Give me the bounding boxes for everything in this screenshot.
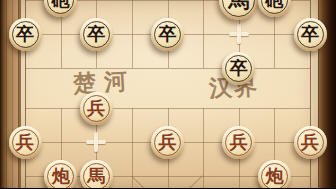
piece-black-horse[interactable]: 馬	[219, 0, 258, 20]
xiangqi-board[interactable]: 楚河 汉界 砲馬砲卒卒卒卒卒兵兵兵兵兵炮馬炮	[0, 0, 336, 188]
piece-black-soldier[interactable]: 卒	[151, 18, 184, 51]
piece-red-cannon[interactable]: 炮	[44, 160, 77, 189]
piece-black-soldier[interactable]: 卒	[222, 52, 255, 85]
piece-character: 炮	[258, 160, 291, 189]
move-origin-marker	[229, 24, 249, 44]
piece-character: 兵	[151, 126, 184, 159]
piece-character: 兵	[9, 126, 42, 159]
move-origin-marker	[86, 132, 106, 152]
piece-character: 卒	[294, 18, 327, 51]
piece-red-soldier[interactable]: 兵	[151, 126, 184, 159]
piece-character: 炮	[44, 160, 77, 189]
piece-character: 卒	[222, 52, 255, 85]
piece-character: 卒	[80, 18, 113, 51]
piece-red-cannon[interactable]: 炮	[258, 160, 291, 189]
piece-red-horse[interactable]: 馬	[80, 160, 113, 189]
piece-black-cannon[interactable]: 砲	[44, 0, 77, 17]
piece-red-soldier[interactable]: 兵	[9, 126, 42, 159]
piece-black-cannon[interactable]: 砲	[258, 0, 291, 17]
game-screen: 楚河 汉界 砲馬砲卒卒卒卒卒兵兵兵兵兵炮馬炮	[0, 0, 336, 188]
piece-red-soldier[interactable]: 兵	[222, 126, 255, 159]
piece-red-soldier[interactable]: 兵	[294, 126, 327, 159]
grid-line	[203, 0, 204, 68]
piece-black-soldier[interactable]: 卒	[294, 18, 327, 51]
piece-character: 兵	[294, 126, 327, 159]
piece-character: 兵	[222, 126, 255, 159]
grid-line	[132, 0, 133, 68]
piece-character: 砲	[258, 0, 291, 17]
piece-character: 砲	[44, 0, 77, 17]
piece-character: 馬	[219, 0, 258, 20]
piece-character: 兵	[80, 92, 113, 125]
grid-line	[25, 68, 310, 69]
piece-black-soldier[interactable]: 卒	[9, 18, 42, 51]
piece-red-soldier[interactable]: 兵	[80, 92, 113, 125]
grid-line	[203, 108, 204, 188]
piece-black-soldier[interactable]: 卒	[80, 18, 113, 51]
piece-character: 卒	[9, 18, 42, 51]
piece-character: 卒	[151, 18, 184, 51]
piece-character: 馬	[80, 160, 113, 189]
